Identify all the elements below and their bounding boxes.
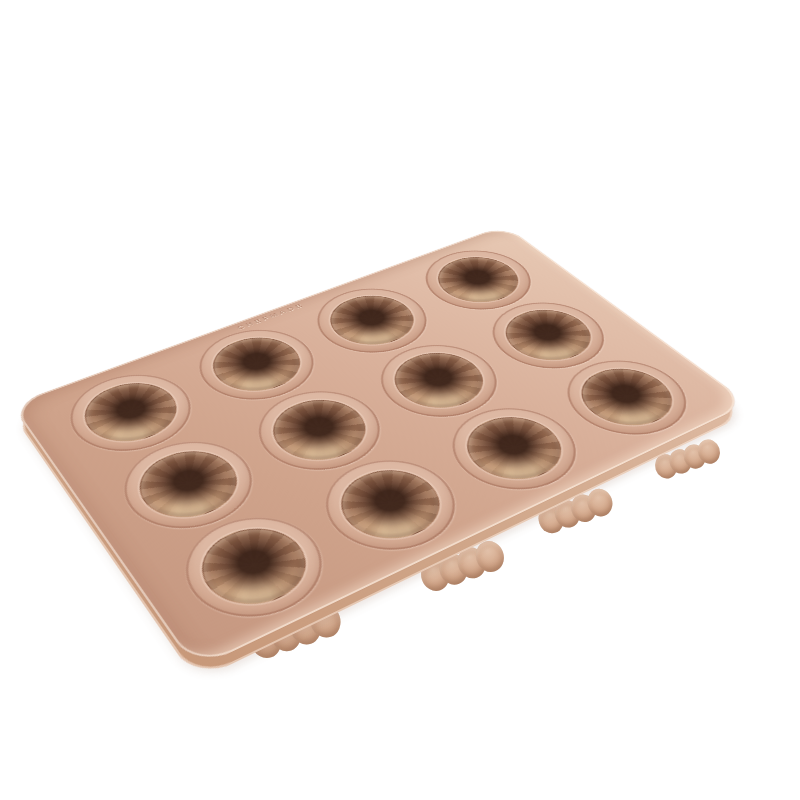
cavity-cup bbox=[489, 301, 608, 370]
product-photo: CHEFMADE bbox=[0, 0, 800, 800]
cavity-cup bbox=[123, 440, 254, 531]
cavity-cup bbox=[422, 249, 534, 311]
cavity-cup bbox=[448, 406, 580, 492]
scene: CHEFMADE bbox=[0, 0, 800, 800]
baking-pan: CHEFMADE bbox=[11, 225, 749, 669]
cavity-cup bbox=[323, 459, 459, 553]
cavity-cup bbox=[314, 287, 429, 354]
cavity-cup bbox=[377, 343, 500, 419]
cavity-cup bbox=[184, 516, 325, 620]
cavity-cup bbox=[256, 389, 383, 472]
cavity-cup bbox=[563, 359, 691, 437]
cavity-cup bbox=[197, 328, 315, 401]
